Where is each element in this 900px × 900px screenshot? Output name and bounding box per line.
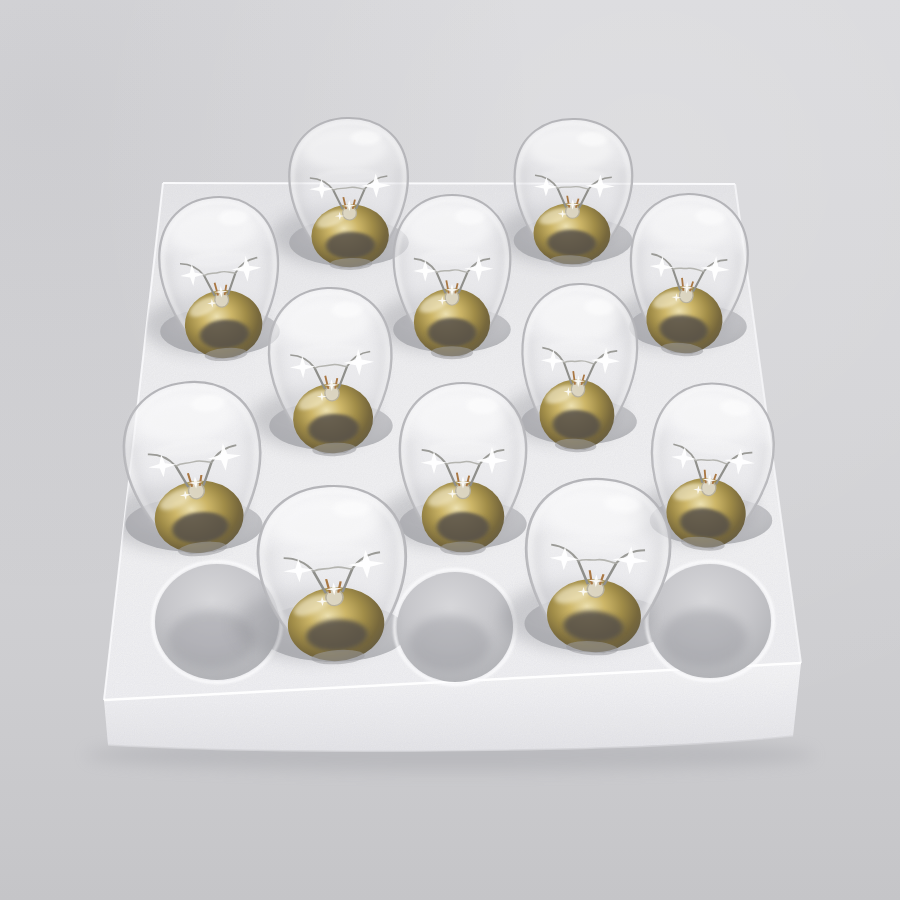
tray-back-edge: [163, 183, 735, 184]
empty-socket-inner-shadow-2: [408, 616, 489, 671]
empty-socket-inner-shadow-3: [661, 610, 746, 667]
photo-canvas: [0, 0, 900, 900]
product-photo: [0, 0, 900, 900]
empty-sockets: [135, 545, 790, 692]
